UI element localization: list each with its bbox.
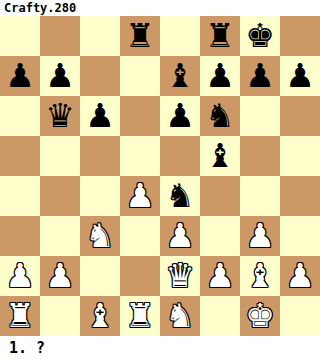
piece-white-queen: ♛ — [165, 256, 195, 296]
square-b1[interactable] — [40, 296, 80, 336]
square-a7[interactable]: ♟ — [0, 56, 40, 96]
square-g2[interactable]: ♝ — [240, 256, 280, 296]
piece-white-knight: ♞ — [165, 296, 195, 336]
piece-white-pawn: ♟ — [205, 256, 235, 296]
piece-black-rook: ♜ — [205, 16, 235, 56]
square-h4[interactable] — [280, 176, 320, 216]
piece-black-knight: ♞ — [165, 176, 195, 216]
piece-black-pawn: ♟ — [85, 96, 115, 136]
piece-black-pawn: ♟ — [205, 56, 235, 96]
square-d6[interactable] — [120, 96, 160, 136]
square-c6[interactable]: ♟ — [80, 96, 120, 136]
piece-black-queen: ♛ — [45, 96, 75, 136]
square-f8[interactable]: ♜ — [200, 16, 240, 56]
square-f3[interactable] — [200, 216, 240, 256]
square-g8[interactable]: ♚ — [240, 16, 280, 56]
piece-white-pawn: ♟ — [5, 256, 35, 296]
square-c8[interactable] — [80, 16, 120, 56]
piece-white-rook: ♜ — [125, 296, 155, 336]
square-h6[interactable] — [280, 96, 320, 136]
square-c5[interactable] — [80, 136, 120, 176]
move-prompt: 1. ? — [9, 339, 45, 357]
square-h7[interactable]: ♟ — [280, 56, 320, 96]
piece-black-pawn: ♟ — [45, 56, 75, 96]
square-f7[interactable]: ♟ — [200, 56, 240, 96]
status-bar: 1. ? — [0, 336, 320, 360]
square-f2[interactable]: ♟ — [200, 256, 240, 296]
square-a1[interactable]: ♜ — [0, 296, 40, 336]
piece-black-knight: ♞ — [205, 96, 235, 136]
square-g4[interactable] — [240, 176, 280, 216]
square-b2[interactable]: ♟ — [40, 256, 80, 296]
square-h5[interactable] — [280, 136, 320, 176]
piece-white-pawn: ♟ — [45, 256, 75, 296]
square-g3[interactable]: ♟ — [240, 216, 280, 256]
square-d8[interactable]: ♜ — [120, 16, 160, 56]
square-e6[interactable]: ♟ — [160, 96, 200, 136]
square-c4[interactable] — [80, 176, 120, 216]
square-c2[interactable] — [80, 256, 120, 296]
square-b6[interactable]: ♛ — [40, 96, 80, 136]
square-e8[interactable] — [160, 16, 200, 56]
piece-black-pawn: ♟ — [285, 56, 315, 96]
square-e5[interactable] — [160, 136, 200, 176]
piece-black-king: ♚ — [245, 16, 275, 56]
square-d4[interactable]: ♟ — [120, 176, 160, 216]
square-b3[interactable] — [40, 216, 80, 256]
square-c3[interactable]: ♞ — [80, 216, 120, 256]
square-b4[interactable] — [40, 176, 80, 216]
square-e1[interactable]: ♞ — [160, 296, 200, 336]
square-f1[interactable] — [200, 296, 240, 336]
piece-white-bishop: ♝ — [245, 256, 275, 296]
square-d5[interactable] — [120, 136, 160, 176]
square-f4[interactable] — [200, 176, 240, 216]
square-a6[interactable] — [0, 96, 40, 136]
square-d2[interactable] — [120, 256, 160, 296]
square-b7[interactable]: ♟ — [40, 56, 80, 96]
piece-black-bishop: ♝ — [205, 136, 235, 176]
square-c1[interactable]: ♝ — [80, 296, 120, 336]
square-d1[interactable]: ♜ — [120, 296, 160, 336]
piece-black-pawn: ♟ — [5, 56, 35, 96]
square-g1[interactable]: ♚ — [240, 296, 280, 336]
piece-white-king: ♚ — [245, 296, 275, 336]
square-a2[interactable]: ♟ — [0, 256, 40, 296]
square-h3[interactable] — [280, 216, 320, 256]
square-f6[interactable]: ♞ — [200, 96, 240, 136]
piece-black-bishop: ♝ — [165, 56, 195, 96]
chess-board: ♜♜♚♟♟♝♟♟♟♛♟♟♞♝♟♞♞♟♟♟♟♛♟♝♟♜♝♜♞♚ — [0, 16, 320, 336]
piece-black-pawn: ♟ — [165, 96, 195, 136]
square-h8[interactable] — [280, 16, 320, 56]
square-e3[interactable]: ♟ — [160, 216, 200, 256]
square-b8[interactable] — [40, 16, 80, 56]
piece-white-pawn: ♟ — [165, 216, 195, 256]
square-a5[interactable] — [0, 136, 40, 176]
piece-white-bishop: ♝ — [85, 296, 115, 336]
piece-black-rook: ♜ — [125, 16, 155, 56]
square-h2[interactable]: ♟ — [280, 256, 320, 296]
piece-white-rook: ♜ — [5, 296, 35, 336]
piece-white-pawn: ♟ — [245, 216, 275, 256]
square-a8[interactable] — [0, 16, 40, 56]
square-a4[interactable] — [0, 176, 40, 216]
square-d3[interactable] — [120, 216, 160, 256]
window-title: Crafty.280 — [4, 0, 76, 16]
square-a3[interactable] — [0, 216, 40, 256]
piece-white-pawn: ♟ — [285, 256, 315, 296]
square-e2[interactable]: ♛ — [160, 256, 200, 296]
square-f5[interactable]: ♝ — [200, 136, 240, 176]
square-b5[interactable] — [40, 136, 80, 176]
square-e4[interactable]: ♞ — [160, 176, 200, 216]
square-e7[interactable]: ♝ — [160, 56, 200, 96]
square-h1[interactable] — [280, 296, 320, 336]
square-g5[interactable] — [240, 136, 280, 176]
square-d7[interactable] — [120, 56, 160, 96]
piece-black-pawn: ♟ — [245, 56, 275, 96]
window-title-bar: Crafty.280 — [0, 0, 320, 16]
square-g6[interactable] — [240, 96, 280, 136]
square-c7[interactable] — [80, 56, 120, 96]
square-g7[interactable]: ♟ — [240, 56, 280, 96]
piece-white-pawn: ♟ — [125, 176, 155, 216]
piece-white-knight: ♞ — [85, 216, 115, 256]
